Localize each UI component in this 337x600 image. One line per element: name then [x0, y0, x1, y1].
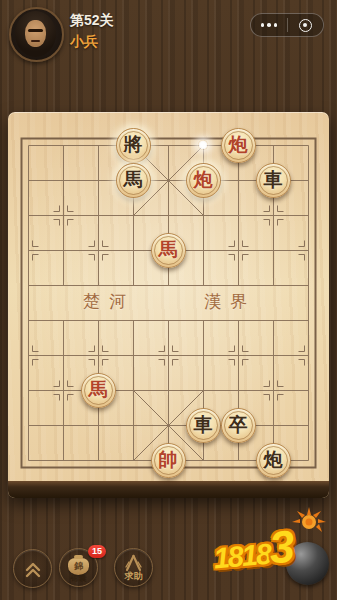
collapse-button[interactable] [13, 549, 52, 588]
move-hint-sparkle [198, 140, 208, 150]
chevron-up-icon [22, 558, 44, 580]
piece-red-炮[interactable]: 炮 [186, 163, 221, 198]
piece-char: 將 [124, 135, 143, 154]
close-icon [299, 19, 312, 32]
piece-black-車[interactable]: 車 [186, 408, 221, 443]
watermark-text: 18183 [211, 521, 295, 580]
avatar-face [25, 20, 46, 47]
pieces-layer[interactable]: 將炮馬炮車馬馬車卒帥炮 [11, 128, 326, 478]
piece-char: 車 [194, 415, 213, 434]
piece-char: 馬 [124, 170, 143, 189]
close-button[interactable] [288, 14, 324, 36]
piece-char: 卒 [229, 415, 248, 434]
more-button[interactable] [251, 14, 287, 36]
piece-char: 炮 [229, 135, 248, 154]
piece-black-車[interactable]: 車 [256, 163, 291, 198]
piece-char: 馬 [89, 380, 108, 399]
opponent-name: 小兵 [70, 33, 98, 51]
piece-char: 車 [264, 170, 283, 189]
piece-red-馬[interactable]: 馬 [151, 233, 186, 268]
player-avatar[interactable] [9, 7, 64, 62]
piece-red-帥[interactable]: 帥 [151, 443, 186, 478]
hint-count-badge: 15 [88, 545, 106, 558]
piece-red-炮[interactable]: 炮 [221, 128, 256, 163]
piece-black-卒[interactable]: 卒 [221, 408, 256, 443]
help-button[interactable]: 求助 [114, 548, 153, 587]
more-icon [261, 23, 278, 27]
avatar-brow [28, 29, 43, 32]
piece-char: 炮 [194, 170, 213, 189]
18183-watermark: 18183 [211, 508, 335, 586]
piece-char: 帥 [159, 450, 178, 469]
piece-black-炮[interactable]: 炮 [256, 443, 291, 478]
piece-red-馬[interactable]: 馬 [81, 373, 116, 408]
level-title: 第52关 [70, 12, 114, 30]
help-label: 求助 [115, 570, 152, 583]
wechat-capsule [250, 13, 324, 37]
hint-bag-label: 锦囊 [60, 573, 97, 584]
bag-character: 錦 [74, 560, 83, 573]
piece-black-馬[interactable]: 馬 [116, 163, 151, 198]
piece-char: 馬 [159, 240, 178, 259]
piece-char: 炮 [264, 450, 283, 469]
xiangqi-board-panel: 楚河 漢界 將炮馬炮車馬馬車卒帥炮 [8, 112, 329, 498]
avatar-mouth [31, 40, 40, 42]
hint-bag-button[interactable]: 錦 锦囊 15 [59, 548, 98, 587]
sun-icon [291, 506, 327, 540]
piece-black-將[interactable]: 將 [116, 128, 151, 163]
